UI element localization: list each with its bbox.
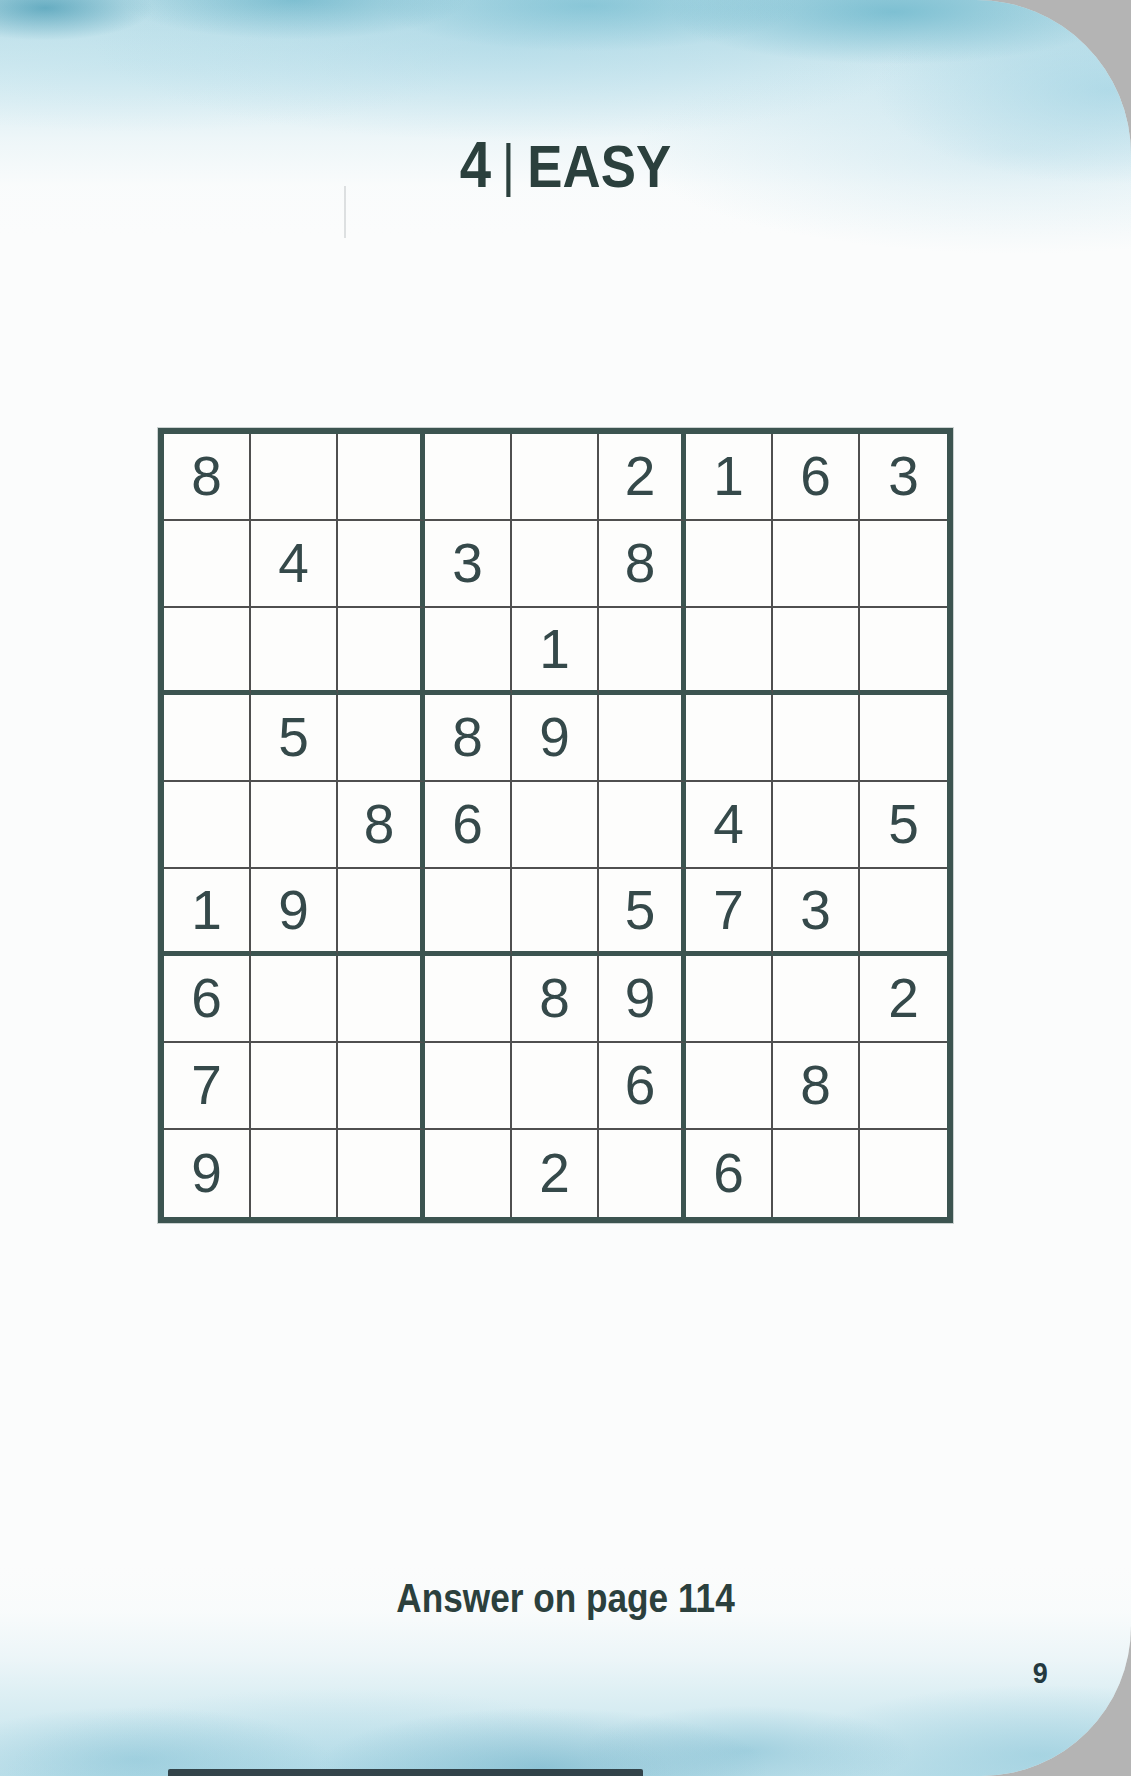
cell-r2c7-empty[interactable]: [686, 521, 773, 608]
cell-r7c4-empty[interactable]: [425, 956, 512, 1043]
page-title: 4 | EASY: [68, 128, 1063, 202]
cell-r8c9-empty[interactable]: [860, 1043, 947, 1130]
cell-r6c3-empty[interactable]: [338, 869, 425, 956]
cell-r5c5-empty[interactable]: [512, 782, 599, 869]
cell-r9c5-given: 2: [512, 1130, 599, 1217]
cell-r1c6-given: 2: [599, 434, 686, 521]
cell-r4c3-empty[interactable]: [338, 695, 425, 782]
cell-r1c1-given: 8: [164, 434, 251, 521]
cell-r9c2-empty[interactable]: [251, 1130, 338, 1217]
cell-r9c8-empty[interactable]: [773, 1130, 860, 1217]
cell-r7c5-given: 8: [512, 956, 599, 1043]
cell-r5c9-given: 5: [860, 782, 947, 869]
cell-r6c9-empty[interactable]: [860, 869, 947, 956]
puzzle-number: 4: [460, 128, 490, 202]
cell-r2c9-empty[interactable]: [860, 521, 947, 608]
cell-r8c5-empty[interactable]: [512, 1043, 599, 1130]
cell-r8c4-empty[interactable]: [425, 1043, 512, 1130]
cell-r3c1-empty[interactable]: [164, 608, 251, 695]
book-page: 4 | EASY 8216343815898645195736892768926…: [0, 0, 1131, 1776]
cell-r7c3-empty[interactable]: [338, 956, 425, 1043]
sudoku-board: 8216343815898645195736892768926: [158, 428, 953, 1223]
cell-r1c5-empty[interactable]: [512, 434, 599, 521]
cell-r6c4-empty[interactable]: [425, 869, 512, 956]
answer-reference: Answer on page 114: [68, 1576, 1063, 1621]
cell-r9c6-empty[interactable]: [599, 1130, 686, 1217]
cell-r5c3-given: 8: [338, 782, 425, 869]
cell-r3c7-empty[interactable]: [686, 608, 773, 695]
cell-r4c2-given: 5: [251, 695, 338, 782]
cell-r5c6-empty[interactable]: [599, 782, 686, 869]
cell-r4c1-empty[interactable]: [164, 695, 251, 782]
cell-r3c3-empty[interactable]: [338, 608, 425, 695]
next-page-edge: [168, 1769, 643, 1776]
cell-r1c8-given: 6: [773, 434, 860, 521]
cell-r2c5-empty[interactable]: [512, 521, 599, 608]
cell-r8c2-empty[interactable]: [251, 1043, 338, 1130]
cell-r7c6-given: 9: [599, 956, 686, 1043]
cell-r2c8-empty[interactable]: [773, 521, 860, 608]
cell-r3c9-empty[interactable]: [860, 608, 947, 695]
cell-r2c2-given: 4: [251, 521, 338, 608]
title-separator: |: [502, 131, 515, 198]
cell-r5c2-empty[interactable]: [251, 782, 338, 869]
cell-r7c8-empty[interactable]: [773, 956, 860, 1043]
cell-r3c2-empty[interactable]: [251, 608, 338, 695]
cell-r8c1-given: 7: [164, 1043, 251, 1130]
cell-r3c6-empty[interactable]: [599, 608, 686, 695]
cell-r1c7-given: 1: [686, 434, 773, 521]
cell-r4c8-empty[interactable]: [773, 695, 860, 782]
cell-r1c2-empty[interactable]: [251, 434, 338, 521]
cell-r4c7-empty[interactable]: [686, 695, 773, 782]
cell-r5c8-empty[interactable]: [773, 782, 860, 869]
cell-r6c2-given: 9: [251, 869, 338, 956]
cell-r6c1-given: 1: [164, 869, 251, 956]
cell-r3c4-empty[interactable]: [425, 608, 512, 695]
page-number: 9: [1033, 1656, 1048, 1690]
cell-r7c7-empty[interactable]: [686, 956, 773, 1043]
cell-r6c6-given: 5: [599, 869, 686, 956]
cell-r8c6-given: 6: [599, 1043, 686, 1130]
cell-r5c4-given: 6: [425, 782, 512, 869]
cell-r9c4-empty[interactable]: [425, 1130, 512, 1217]
cell-r6c7-given: 7: [686, 869, 773, 956]
cell-r9c9-empty[interactable]: [860, 1130, 947, 1217]
cell-r2c3-empty[interactable]: [338, 521, 425, 608]
cell-r6c5-empty[interactable]: [512, 869, 599, 956]
cell-r4c9-empty[interactable]: [860, 695, 947, 782]
cell-r2c4-given: 3: [425, 521, 512, 608]
cell-r4c6-empty[interactable]: [599, 695, 686, 782]
cell-r3c5-given: 1: [512, 608, 599, 695]
cell-r1c3-empty[interactable]: [338, 434, 425, 521]
cell-r6c8-given: 3: [773, 869, 860, 956]
cell-r8c8-given: 8: [773, 1043, 860, 1130]
cell-r7c1-given: 6: [164, 956, 251, 1043]
difficulty-label: EASY: [527, 132, 671, 201]
cell-r4c5-given: 9: [512, 695, 599, 782]
cell-r1c4-empty[interactable]: [425, 434, 512, 521]
cell-r9c7-given: 6: [686, 1130, 773, 1217]
cell-r8c7-empty[interactable]: [686, 1043, 773, 1130]
cell-r8c3-empty[interactable]: [338, 1043, 425, 1130]
cell-r9c3-empty[interactable]: [338, 1130, 425, 1217]
cell-r3c8-empty[interactable]: [773, 608, 860, 695]
cell-r1c9-given: 3: [860, 434, 947, 521]
cell-r9c1-given: 9: [164, 1130, 251, 1217]
cell-r5c1-empty[interactable]: [164, 782, 251, 869]
cell-r7c9-given: 2: [860, 956, 947, 1043]
cell-r2c6-given: 8: [599, 521, 686, 608]
cell-r4c4-given: 8: [425, 695, 512, 782]
cell-r5c7-given: 4: [686, 782, 773, 869]
cell-r7c2-empty[interactable]: [251, 956, 338, 1043]
cell-r2c1-empty[interactable]: [164, 521, 251, 608]
